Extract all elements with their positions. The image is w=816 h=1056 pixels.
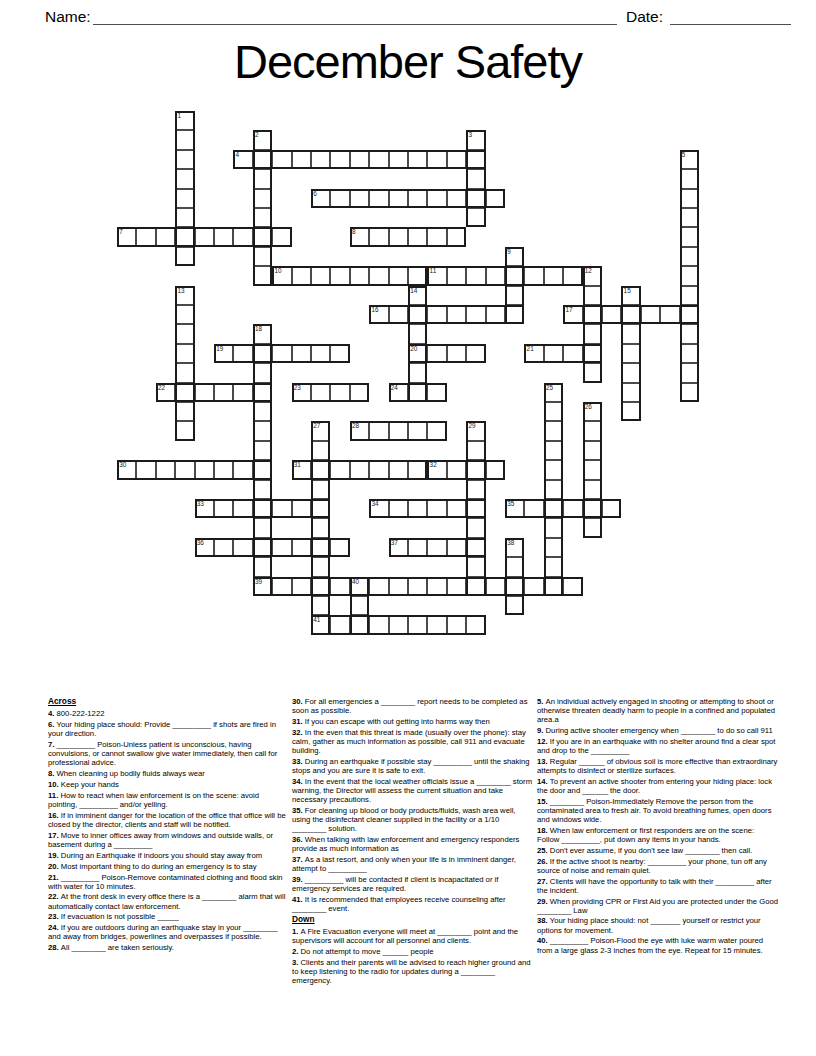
- grid-cell[interactable]: [253, 363, 272, 382]
- grid-cell[interactable]: [447, 344, 466, 363]
- grid-cell[interactable]: [408, 383, 427, 402]
- grid-cell[interactable]: [524, 577, 543, 596]
- grid-cell[interactable]: [621, 324, 640, 343]
- grid-cell[interactable]: [466, 189, 485, 208]
- grid-cell[interactable]: [408, 615, 427, 634]
- grid-cell[interactable]: [292, 577, 311, 596]
- grid-cell[interactable]: [389, 577, 408, 596]
- grid-cell[interactable]: [408, 538, 427, 557]
- grid-cell[interactable]: [330, 460, 349, 479]
- grid-cell[interactable]: [466, 577, 485, 596]
- grid-cell[interactable]: [486, 189, 505, 208]
- grid-cell[interactable]: [427, 383, 446, 402]
- grid-cell[interactable]: [311, 538, 330, 557]
- grid-cell[interactable]: [427, 189, 446, 208]
- name-input-line[interactable]: [93, 23, 617, 25]
- grid-cell[interactable]: [233, 150, 252, 169]
- grid-cell[interactable]: [311, 383, 330, 402]
- grid-cell[interactable]: [272, 538, 291, 557]
- grid-cell[interactable]: [214, 227, 233, 246]
- grid-cell[interactable]: [253, 227, 272, 246]
- grid-cell[interactable]: [680, 150, 699, 169]
- grid-cell[interactable]: [311, 266, 330, 285]
- grid-cell[interactable]: [389, 615, 408, 634]
- grid-cell[interactable]: [583, 518, 602, 537]
- grid-cell[interactable]: [389, 189, 408, 208]
- grid-cell[interactable]: [233, 538, 252, 557]
- grid-cell[interactable]: [214, 383, 233, 402]
- grid-cell[interactable]: [544, 538, 563, 557]
- grid-cell[interactable]: [680, 266, 699, 285]
- grid-cell[interactable]: [486, 305, 505, 324]
- clue: 7. _________ Poison-Unless patient is un…: [48, 740, 289, 767]
- grid-cell[interactable]: [253, 324, 272, 343]
- grid-cell[interactable]: [253, 247, 272, 266]
- grid-cell[interactable]: [195, 227, 214, 246]
- grid-cell[interactable]: [466, 266, 485, 285]
- grid-cell[interactable]: [486, 577, 505, 596]
- grid-cell[interactable]: [175, 130, 194, 149]
- grid-cell[interactable]: [175, 247, 194, 266]
- grid-cell[interactable]: [427, 305, 446, 324]
- grid-cell[interactable]: [253, 441, 272, 460]
- grid-cell[interactable]: [466, 305, 485, 324]
- grid-cell[interactable]: [505, 266, 524, 285]
- grid-cell[interactable]: [505, 596, 524, 615]
- grid-cell[interactable]: [175, 208, 194, 227]
- clue: 39. _________ will be contacted if clien…: [292, 875, 533, 893]
- clue: 1. A Fire Evacuation everyone will meet …: [292, 927, 533, 945]
- grid-cell[interactable]: [408, 150, 427, 169]
- grid-cell[interactable]: [292, 499, 311, 518]
- grid-cell[interactable]: [389, 538, 408, 557]
- grid-cell[interactable]: [292, 538, 311, 557]
- date-label: Date:: [626, 8, 663, 26]
- grid-cell[interactable]: [175, 421, 194, 440]
- grid-cell[interactable]: [505, 305, 524, 324]
- clue: 22. At the front desk in every office th…: [48, 892, 289, 910]
- grid-cell[interactable]: [466, 150, 485, 169]
- grid-cell[interactable]: [408, 324, 427, 343]
- grid-cell[interactable]: [602, 499, 621, 518]
- date-input-line[interactable]: [670, 23, 791, 25]
- grid-cell[interactable]: [233, 227, 252, 246]
- grid-cell[interactable]: [408, 363, 427, 382]
- grid-cell[interactable]: [583, 421, 602, 440]
- clue: 32. In the even that this threat is made…: [292, 728, 533, 755]
- grid-cell[interactable]: [621, 344, 640, 363]
- clue: 8. When cleaning up bodily fluids always…: [48, 769, 289, 778]
- grid-cell[interactable]: [447, 615, 466, 634]
- grid-cell[interactable]: [253, 577, 272, 596]
- clue: 25. Don't ever assume, if you don't see …: [537, 846, 778, 855]
- grid-cell[interactable]: [253, 169, 272, 188]
- grid-cell[interactable]: [680, 189, 699, 208]
- grid-cell[interactable]: [563, 344, 582, 363]
- clue: 38. Your hiding place should: not ______…: [537, 916, 778, 934]
- grid-cell[interactable]: [389, 460, 408, 479]
- grid-cell[interactable]: [524, 266, 543, 285]
- grid-cell[interactable]: [350, 460, 369, 479]
- grid-cell[interactable]: [466, 421, 485, 440]
- grid-cell[interactable]: [680, 344, 699, 363]
- grid-cell[interactable]: [292, 344, 311, 363]
- grid-cell[interactable]: [427, 421, 446, 440]
- grid-cell[interactable]: [641, 305, 660, 324]
- grid-cell[interactable]: [427, 538, 446, 557]
- grid-cell[interactable]: [330, 577, 349, 596]
- grid-cell[interactable]: [233, 460, 252, 479]
- grid-cell[interactable]: [311, 480, 330, 499]
- clue: 24. If you are outdoors during an earthq…: [48, 923, 289, 941]
- grid-cell[interactable]: [350, 596, 369, 615]
- grid-cell[interactable]: [427, 150, 446, 169]
- clue: 20. Most important thing to do during an…: [48, 862, 289, 871]
- grid-cell[interactable]: [621, 305, 640, 324]
- grid-cell[interactable]: [447, 305, 466, 324]
- grid-cell[interactable]: [156, 460, 175, 479]
- grid-cell[interactable]: [447, 499, 466, 518]
- grid-cell[interactable]: [369, 150, 388, 169]
- grid-cell[interactable]: [253, 266, 272, 285]
- grid-cell[interactable]: [563, 577, 582, 596]
- crossword-grid: 1234567891011121314151617181920212223242…: [117, 111, 700, 635]
- grid-cell[interactable]: [272, 266, 291, 285]
- grid-cell[interactable]: [330, 266, 349, 285]
- grid-cell[interactable]: [253, 557, 272, 576]
- grid-cell[interactable]: [389, 499, 408, 518]
- grid-cell[interactable]: [466, 208, 485, 227]
- clues-column-mixed: 30. For all emergencies a ________ repor…: [292, 697, 533, 987]
- grid-cell[interactable]: [253, 460, 272, 479]
- grid-cell[interactable]: [466, 480, 485, 499]
- grid-cell[interactable]: [408, 460, 427, 479]
- grid-cell[interactable]: [253, 130, 272, 149]
- grid-cell[interactable]: [466, 557, 485, 576]
- grid-cell[interactable]: [680, 247, 699, 266]
- grid-cell[interactable]: [253, 383, 272, 402]
- clue: 21. _________ Poison-Remove contaminated…: [48, 873, 289, 891]
- grid-cell[interactable]: [292, 383, 311, 402]
- grid-cell[interactable]: [447, 150, 466, 169]
- grid-cell[interactable]: [311, 344, 330, 363]
- grid-cell[interactable]: [233, 344, 252, 363]
- grid-cell[interactable]: [447, 227, 466, 246]
- grid-cell[interactable]: [195, 538, 214, 557]
- grid-cell[interactable]: [563, 266, 582, 285]
- grid-cell[interactable]: [680, 286, 699, 305]
- grid-cell[interactable]: [311, 150, 330, 169]
- grid-cell[interactable]: [621, 383, 640, 402]
- grid-cell[interactable]: [330, 538, 349, 557]
- grid-cell[interactable]: [350, 266, 369, 285]
- grid-cell[interactable]: [408, 227, 427, 246]
- grid-cell[interactable]: [311, 577, 330, 596]
- grid-cell[interactable]: [544, 577, 563, 596]
- grid-cell[interactable]: [544, 441, 563, 460]
- grid-cell[interactable]: [583, 305, 602, 324]
- grid-cell[interactable]: [311, 615, 330, 634]
- grid-cell[interactable]: [389, 421, 408, 440]
- grid-cell[interactable]: [311, 441, 330, 460]
- grid-cell[interactable]: [427, 227, 446, 246]
- grid-cell[interactable]: [175, 150, 194, 169]
- grid-cell[interactable]: [175, 324, 194, 343]
- grid-cell[interactable]: [408, 305, 427, 324]
- grid-cell[interactable]: [175, 383, 194, 402]
- grid-cell[interactable]: [583, 286, 602, 305]
- grid-cell[interactable]: [233, 499, 252, 518]
- grid-cell[interactable]: [350, 383, 369, 402]
- grid-cell[interactable]: [621, 402, 640, 421]
- clue: 30. For all emergencies a ________ repor…: [292, 697, 533, 715]
- grid-cell[interactable]: [175, 305, 194, 324]
- grid-cell[interactable]: [544, 480, 563, 499]
- grid-cell[interactable]: [466, 518, 485, 537]
- grid-cell[interactable]: [505, 286, 524, 305]
- grid-cell[interactable]: [680, 227, 699, 246]
- clue: 6. Your hiding place should: Provide ___…: [48, 720, 289, 738]
- grid-cell[interactable]: [583, 460, 602, 479]
- grid-cell[interactable]: [350, 421, 369, 440]
- grid-cell[interactable]: [253, 538, 272, 557]
- grid-cell[interactable]: [330, 189, 349, 208]
- grid-cell[interactable]: [330, 383, 349, 402]
- grid-cell[interactable]: [408, 499, 427, 518]
- grid-cell[interactable]: [544, 460, 563, 479]
- clue: 9. During active shooter emergency when …: [537, 726, 778, 735]
- clue: 36. When talking with law enforcement an…: [292, 835, 533, 853]
- grid-cell[interactable]: [583, 480, 602, 499]
- grid-cell[interactable]: [583, 441, 602, 460]
- grid-cell[interactable]: [214, 538, 233, 557]
- grid-cell[interactable]: [427, 615, 446, 634]
- grid-cell[interactable]: [389, 383, 408, 402]
- grid-cell[interactable]: [330, 615, 349, 634]
- grid-cell[interactable]: [175, 460, 194, 479]
- grid-cell[interactable]: [330, 150, 349, 169]
- grid-cell[interactable]: [505, 499, 524, 518]
- grid-cell[interactable]: [350, 189, 369, 208]
- clue: 4. 800-222-1222: [48, 709, 289, 718]
- grid-cell[interactable]: [621, 286, 640, 305]
- grid-cell[interactable]: [253, 499, 272, 518]
- clue: 28. All ________ are taken seriously.: [48, 943, 289, 952]
- grid-cell[interactable]: [583, 402, 602, 421]
- grid-cell[interactable]: [195, 383, 214, 402]
- grid-cell[interactable]: [195, 499, 214, 518]
- grid-cell[interactable]: [369, 227, 388, 246]
- grid-cell[interactable]: [253, 344, 272, 363]
- grid-cell[interactable]: [253, 402, 272, 421]
- grid-cell[interactable]: [175, 363, 194, 382]
- grid-cell[interactable]: [389, 150, 408, 169]
- grid-cell[interactable]: [466, 538, 485, 557]
- grid-cell[interactable]: [466, 615, 485, 634]
- grid-cell[interactable]: [156, 227, 175, 246]
- grid-cell[interactable]: [195, 460, 214, 479]
- grid-cell[interactable]: [292, 266, 311, 285]
- clue: 27. Clients will have the opportunity to…: [537, 877, 778, 895]
- clue: 16. If in imminent danger for the locati…: [48, 811, 289, 829]
- grid-cell[interactable]: [408, 421, 427, 440]
- grid-cell[interactable]: [311, 518, 330, 537]
- grid-cell[interactable]: [175, 227, 194, 246]
- grid-cell[interactable]: [253, 150, 272, 169]
- grid-cell[interactable]: [544, 344, 563, 363]
- grid-cell[interactable]: [466, 441, 485, 460]
- grid-cell[interactable]: [369, 421, 388, 440]
- grid-cell[interactable]: [175, 189, 194, 208]
- grid-cell[interactable]: [447, 538, 466, 557]
- grid-cell[interactable]: [621, 363, 640, 382]
- grid-cell[interactable]: [350, 150, 369, 169]
- grid-cell[interactable]: [505, 577, 524, 596]
- grid-cell[interactable]: [214, 460, 233, 479]
- grid-cell[interactable]: [369, 499, 388, 518]
- clue: 18. When law enforcement or first respon…: [537, 826, 778, 844]
- grid-cell[interactable]: [680, 208, 699, 227]
- grid-cell[interactable]: [136, 227, 155, 246]
- grid-cell[interactable]: [214, 499, 233, 518]
- grid-cell[interactable]: [311, 499, 330, 518]
- grid-cell[interactable]: [311, 189, 330, 208]
- grid-cell[interactable]: [680, 363, 699, 382]
- grid-cell[interactable]: [563, 499, 582, 518]
- grid-cell[interactable]: [233, 383, 252, 402]
- grid-cell[interactable]: [544, 518, 563, 537]
- grid-cell[interactable]: [214, 344, 233, 363]
- clue: 23. If evacuation is not possible _____: [48, 912, 289, 921]
- grid-cell[interactable]: [583, 363, 602, 382]
- grid-cell[interactable]: [311, 596, 330, 615]
- grid-cell[interactable]: [389, 227, 408, 246]
- grid-cell[interactable]: [175, 344, 194, 363]
- grid-cell[interactable]: [583, 499, 602, 518]
- grid-cell[interactable]: [311, 421, 330, 440]
- grid-cell[interactable]: [486, 266, 505, 285]
- grid-cell[interactable]: [505, 557, 524, 576]
- grid-cell[interactable]: [253, 208, 272, 227]
- grid-cell[interactable]: [369, 615, 388, 634]
- grid-cell[interactable]: [389, 266, 408, 285]
- clue: 12. If you are in an earthquake with no …: [537, 737, 778, 755]
- grid-cell[interactable]: [369, 460, 388, 479]
- clue: 33. During an earthquake if possible sta…: [292, 757, 533, 775]
- grid-cell[interactable]: [447, 189, 466, 208]
- grid-cell[interactable]: [544, 557, 563, 576]
- grid-cell[interactable]: [563, 305, 582, 324]
- grid-cell[interactable]: [408, 344, 427, 363]
- grid-cell[interactable]: [156, 383, 175, 402]
- grid-cell[interactable]: [369, 577, 388, 596]
- grid-cell[interactable]: [544, 383, 563, 402]
- grid-cell[interactable]: [427, 577, 446, 596]
- grid-cell[interactable]: [602, 305, 621, 324]
- grid-cell[interactable]: [680, 169, 699, 188]
- grid-cell[interactable]: [583, 344, 602, 363]
- grid-cell[interactable]: [350, 615, 369, 634]
- grid-cell[interactable]: [253, 421, 272, 440]
- grid-cell[interactable]: [311, 557, 330, 576]
- grid-cell[interactable]: [272, 150, 291, 169]
- grid-cell[interactable]: [544, 402, 563, 421]
- clue: 13. Regular ______ of obvious soil is mo…: [537, 757, 778, 775]
- grid-cell[interactable]: [292, 150, 311, 169]
- grid-cell[interactable]: [136, 460, 155, 479]
- grid-cell[interactable]: [447, 577, 466, 596]
- grid-cell[interactable]: [544, 421, 563, 440]
- grid-cell[interactable]: [680, 305, 699, 324]
- grid-cell[interactable]: [680, 324, 699, 343]
- grid-cell[interactable]: [660, 305, 679, 324]
- grid-cell[interactable]: [466, 130, 485, 149]
- grid-cell[interactable]: [253, 189, 272, 208]
- grid-cell[interactable]: [544, 499, 563, 518]
- grid-cell[interactable]: [505, 538, 524, 557]
- grid-cell[interactable]: [466, 169, 485, 188]
- grid-cell[interactable]: [175, 111, 194, 130]
- grid-cell[interactable]: [389, 305, 408, 324]
- grid-cell[interactable]: [175, 402, 194, 421]
- grid-cell[interactable]: [524, 344, 543, 363]
- grid-cell[interactable]: [330, 344, 349, 363]
- grid-cell[interactable]: [466, 499, 485, 518]
- grid-cell[interactable]: [175, 169, 194, 188]
- grid-cell[interactable]: [486, 460, 505, 479]
- grid-cell[interactable]: [175, 286, 194, 305]
- grid-cell[interactable]: [272, 344, 291, 363]
- grid-cell[interactable]: [427, 344, 446, 363]
- grid-cell[interactable]: [544, 266, 563, 285]
- grid-cell[interactable]: [253, 518, 272, 537]
- grid-cell[interactable]: [466, 344, 485, 363]
- grid-cell[interactable]: [272, 227, 291, 246]
- grid-cell[interactable]: [408, 189, 427, 208]
- grid-cell[interactable]: [117, 227, 136, 246]
- grid-cell[interactable]: [505, 247, 524, 266]
- grid-cell[interactable]: [369, 305, 388, 324]
- clue: 3. Clients and their parents will be adv…: [292, 958, 533, 985]
- clue-section-header: Across: [48, 697, 289, 707]
- grid-cell[interactable]: [408, 286, 427, 305]
- grid-cell[interactable]: [292, 460, 311, 479]
- grid-cell[interactable]: [253, 480, 272, 499]
- grid-cell[interactable]: [369, 266, 388, 285]
- grid-cell[interactable]: [447, 460, 466, 479]
- grid-cell[interactable]: [350, 227, 369, 246]
- grid-cell[interactable]: [447, 266, 466, 285]
- grid-cell[interactable]: [272, 577, 291, 596]
- grid-cell[interactable]: [427, 499, 446, 518]
- grid-cell[interactable]: [311, 460, 330, 479]
- grid-cell[interactable]: [117, 460, 136, 479]
- grid-cell[interactable]: [427, 460, 446, 479]
- clue: 19. During an Earthquake if indoors you …: [48, 851, 289, 860]
- grid-cell[interactable]: [272, 499, 291, 518]
- grid-cell[interactable]: [369, 189, 388, 208]
- grid-cell[interactable]: [680, 383, 699, 402]
- grid-cell[interactable]: [583, 324, 602, 343]
- grid-cell[interactable]: [427, 266, 446, 285]
- grid-cell[interactable]: [466, 460, 485, 479]
- grid-cell[interactable]: [408, 577, 427, 596]
- grid-cell[interactable]: [408, 266, 427, 285]
- grid-cell[interactable]: [524, 499, 543, 518]
- grid-cell[interactable]: [583, 266, 602, 285]
- grid-cell[interactable]: [350, 577, 369, 596]
- clue: 37. As a last resort, and only when your…: [292, 855, 533, 873]
